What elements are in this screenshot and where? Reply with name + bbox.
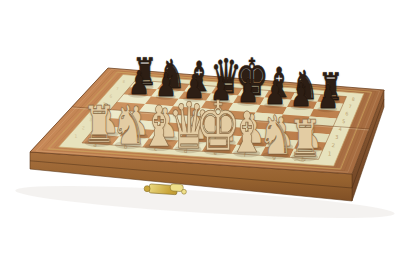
- coordinate-label: 6: [345, 111, 348, 116]
- coordinate-label: a: [150, 75, 153, 80]
- coordinate-label: 3: [89, 117, 92, 122]
- coordinate-label: 1: [328, 151, 332, 157]
- coordinate-label: 8: [352, 97, 355, 102]
- coordinate-label: 2: [331, 142, 335, 148]
- coordinate-label: 5: [342, 118, 346, 124]
- coordinate-label: c: [203, 79, 205, 84]
- chess-board: aabbccddeeffgghh8877665544332211: [0, 0, 420, 259]
- chess-set-photo: aabbccddeeffgghh8877665544332211 ♜♞♝♛♚♝♞…: [0, 0, 420, 259]
- coordinate-label: 1: [74, 134, 77, 139]
- coordinate-label: 3: [335, 134, 339, 140]
- coordinate-label: 2: [82, 125, 85, 130]
- coordinate-label: 7: [348, 104, 351, 109]
